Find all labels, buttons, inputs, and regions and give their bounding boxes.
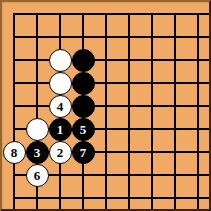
move-number: 4 — [57, 100, 64, 113]
grid-line-horizontal — [13, 36, 209, 38]
white-stone-move-4: 4 — [49, 95, 72, 118]
grid-line-vertical — [151, 13, 153, 209]
move-number: 3 — [34, 146, 41, 159]
black-stone — [72, 95, 95, 118]
white-stone-move-2: 2 — [49, 141, 72, 164]
grid-line-vertical — [174, 13, 176, 209]
black-stone-move-7: 7 — [72, 141, 95, 164]
move-number: 1 — [57, 123, 64, 136]
go-board: 41583276 — [0, 0, 211, 211]
grid-line-vertical — [197, 13, 199, 209]
grid-line-vertical — [128, 13, 130, 209]
move-number: 6 — [34, 169, 41, 182]
black-stone — [72, 72, 95, 95]
move-number: 5 — [80, 123, 87, 136]
move-number: 8 — [11, 146, 18, 159]
grid-line-vertical — [13, 13, 15, 209]
black-stone — [72, 49, 95, 72]
grid-line-vertical — [105, 13, 107, 209]
grid-line-horizontal — [13, 105, 209, 107]
white-stone — [49, 72, 72, 95]
grid-line-horizontal — [13, 197, 209, 199]
black-stone-move-5: 5 — [72, 118, 95, 141]
white-stone-move-6: 6 — [26, 164, 49, 187]
white-stone — [49, 49, 72, 72]
black-stone-move-1: 1 — [49, 118, 72, 141]
move-number: 7 — [80, 146, 87, 159]
grid-line-horizontal — [13, 59, 209, 61]
grid-line-horizontal — [13, 82, 209, 84]
white-stone — [26, 118, 49, 141]
go-diagram: 41583276 — [0, 0, 211, 211]
move-number: 2 — [57, 146, 64, 159]
black-stone-move-3: 3 — [26, 141, 49, 164]
grid-line-horizontal — [13, 13, 209, 15]
white-stone-move-8: 8 — [3, 141, 26, 164]
